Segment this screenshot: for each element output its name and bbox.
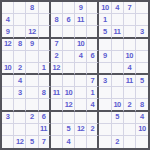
cell-r9c8-given: 4 (87, 99, 99, 111)
cell-r6c12-empty[interactable] (136, 63, 148, 75)
cell-r1c5-empty[interactable] (51, 2, 63, 14)
cell-r10c2-empty[interactable] (14, 112, 26, 124)
cell-r4c3-given: 9 (26, 39, 38, 51)
cell-r2c1-given: 4 (2, 14, 14, 26)
cell-r9c2-empty[interactable] (14, 99, 26, 111)
cell-r7c7-empty[interactable] (75, 75, 87, 87)
cell-r1c1-empty[interactable] (2, 2, 14, 14)
cell-r11c1-empty[interactable] (2, 124, 14, 136)
cell-r6c1-given: 10 (2, 63, 14, 75)
cell-r9c4-empty[interactable] (39, 99, 51, 111)
cell-r8c8-given: 1 (87, 87, 99, 99)
cell-r7c10-empty[interactable] (112, 75, 124, 87)
cell-r10c7-empty[interactable] (75, 112, 87, 124)
cell-r5c6-empty[interactable] (63, 51, 75, 63)
cell-r9c10-given: 10 (112, 99, 124, 111)
cell-r4c8-empty[interactable] (87, 39, 99, 51)
cell-r6c6-empty[interactable] (63, 63, 75, 75)
cell-r4c11-empty[interactable] (124, 39, 136, 51)
cell-r5c12-empty[interactable] (136, 51, 148, 63)
cell-r11c2-empty[interactable] (14, 124, 26, 136)
cell-r1c2-empty[interactable] (14, 2, 26, 14)
cell-r6c7-empty[interactable] (75, 63, 87, 75)
cell-r7c9-given: 3 (99, 75, 111, 87)
cell-r7c11-given: 11 (124, 75, 136, 87)
cell-r5c3-empty[interactable] (26, 51, 38, 63)
cell-r1c4-empty[interactable] (39, 2, 51, 14)
cell-r10c12-given: 4 (136, 112, 148, 124)
cell-r4c7-given: 10 (75, 39, 87, 51)
cell-r1c6-empty[interactable] (63, 2, 75, 14)
cell-r8c11-empty[interactable] (124, 87, 136, 99)
cell-r2c10-empty[interactable] (112, 14, 124, 26)
cell-r2c6-given: 6 (63, 14, 75, 26)
cell-r4c1-given: 12 (2, 39, 14, 51)
cell-r10c1-given: 3 (2, 112, 14, 124)
cell-r8c4-given: 8 (39, 87, 51, 99)
cell-r1c12-empty[interactable] (136, 2, 148, 14)
cell-r12c8-empty[interactable] (87, 136, 99, 148)
cell-r10c6-empty[interactable] (63, 112, 75, 124)
cell-r8c10-empty[interactable] (112, 87, 124, 99)
cell-r5c10-empty[interactable] (112, 51, 124, 63)
cell-r9c1-empty[interactable] (2, 99, 14, 111)
cell-r10c8-empty[interactable] (87, 112, 99, 124)
cell-r3c7-empty[interactable] (75, 26, 87, 38)
cell-r2c12-empty[interactable] (136, 14, 148, 26)
cell-r1c8-empty[interactable] (87, 2, 99, 14)
cell-r11c7-given: 12 (75, 124, 87, 136)
cell-r9c7-empty[interactable] (75, 99, 87, 111)
cell-r3c6-empty[interactable] (63, 26, 75, 38)
cell-r10c4-given: 6 (39, 112, 51, 124)
cell-r6c4-given: 1 (39, 63, 51, 75)
cell-r4c9-empty[interactable] (99, 39, 111, 51)
cell-r8c12-empty[interactable] (136, 87, 148, 99)
cell-r11c3-empty[interactable] (26, 124, 38, 136)
cell-r3c1-given: 9 (2, 26, 14, 38)
cell-r11c9-empty[interactable] (99, 124, 111, 136)
cell-r2c3-empty[interactable] (26, 14, 38, 26)
cell-r9c3-empty[interactable] (26, 99, 38, 111)
cell-r3c9-given: 5 (99, 26, 111, 38)
cell-r7c6-empty[interactable] (63, 75, 75, 87)
cell-r5c2-empty[interactable] (14, 51, 26, 63)
cell-r2c7-given: 11 (75, 14, 87, 26)
cell-r12c4-given: 7 (39, 136, 51, 148)
cell-r3c11-empty[interactable] (124, 26, 136, 38)
cell-r9c12-given: 8 (136, 99, 148, 111)
cell-r3c2-empty[interactable] (14, 26, 26, 38)
cell-r8c1-empty[interactable] (2, 87, 14, 99)
cell-r7c3-empty[interactable] (26, 75, 38, 87)
cell-r7c2-given: 4 (14, 75, 26, 87)
cell-r3c8-empty[interactable] (87, 26, 99, 38)
cell-r2c8-empty[interactable] (87, 14, 99, 26)
cell-r7c12-given: 5 (136, 75, 148, 87)
cell-r11c6-given: 5 (63, 124, 75, 136)
cell-r2c9-given: 1 (99, 14, 111, 26)
cell-r11c5-empty[interactable] (51, 124, 63, 136)
cell-r12c7-empty[interactable] (75, 136, 87, 148)
cell-r2c4-empty[interactable] (39, 14, 51, 26)
cell-r7c1-empty[interactable] (2, 75, 14, 87)
cell-r4c6-empty[interactable] (63, 39, 75, 51)
cell-r4c12-empty[interactable] (136, 39, 148, 51)
cell-r12c10-given: 2 (112, 136, 124, 148)
cell-r8c6-given: 10 (63, 87, 75, 99)
cell-r8c7-empty[interactable] (75, 87, 87, 99)
cell-r12c12-empty[interactable] (136, 136, 148, 148)
cell-r9c9-empty[interactable] (99, 99, 111, 111)
sudoku-board: 8910474861119125113128971024691010211244… (0, 0, 150, 150)
cell-r7c8-given: 7 (87, 75, 99, 87)
cell-r3c5-empty[interactable] (51, 26, 63, 38)
cell-r5c11-given: 10 (124, 51, 136, 63)
cell-r6c9-empty[interactable] (99, 63, 111, 75)
cell-r8c2-given: 3 (14, 87, 26, 99)
cell-r4c2-given: 8 (14, 39, 26, 51)
cell-r4c5-given: 7 (51, 39, 63, 51)
cell-r5c9-given: 9 (99, 51, 111, 63)
cell-r7c5-empty[interactable] (51, 75, 63, 87)
cell-r3c10-given: 11 (112, 26, 124, 38)
cell-r5c8-given: 6 (87, 51, 99, 63)
cell-r12c11-empty[interactable] (124, 136, 136, 148)
cell-r2c5-given: 8 (51, 14, 63, 26)
cell-r8c9-empty[interactable] (99, 87, 111, 99)
cell-r1c7-given: 9 (75, 2, 87, 14)
cell-r5c5-given: 2 (51, 51, 63, 63)
cell-r6c3-empty[interactable] (26, 63, 38, 75)
cell-r11c4-given: 11 (39, 124, 51, 136)
cell-r5c7-given: 4 (75, 51, 87, 63)
cell-r12c3-given: 5 (26, 136, 38, 148)
cell-r12c6-given: 4 (63, 136, 75, 148)
cell-r12c5-empty[interactable] (51, 136, 63, 148)
cell-r11c12-given: 10 (136, 124, 148, 136)
cell-r9c6-given: 12 (63, 99, 75, 111)
cell-r6c5-given: 12 (51, 63, 63, 75)
cell-r1c3-given: 8 (26, 2, 38, 14)
cell-r6c2-given: 2 (14, 63, 26, 75)
cell-r11c10-empty[interactable] (112, 124, 124, 136)
cell-r6c10-empty[interactable] (112, 63, 124, 75)
cell-r6c11-given: 4 (124, 63, 136, 75)
cell-r11c11-empty[interactable] (124, 124, 136, 136)
cell-r9c5-empty[interactable] (51, 99, 63, 111)
cell-r9c11-given: 2 (124, 99, 136, 111)
cell-r2c11-empty[interactable] (124, 14, 136, 26)
cell-r2c2-empty[interactable] (14, 14, 26, 26)
cell-r12c2-given: 12 (14, 136, 26, 148)
cell-r3c4-empty[interactable] (39, 26, 51, 38)
cell-r8c3-empty[interactable] (26, 87, 38, 99)
cell-r12c9-empty[interactable] (99, 136, 111, 148)
cell-r11c8-given: 2 (87, 124, 99, 136)
cell-r10c10-given: 5 (112, 112, 124, 124)
cell-r3c3-given: 12 (26, 26, 38, 38)
cell-r8c5-given: 11 (51, 87, 63, 99)
cell-r4c10-empty[interactable] (112, 39, 124, 51)
cell-r10c5-empty[interactable] (51, 112, 63, 124)
cell-r5c1-empty[interactable] (2, 51, 14, 63)
cell-r1c10-given: 4 (112, 2, 124, 14)
cell-r4c4-empty[interactable] (39, 39, 51, 51)
cell-r10c9-empty[interactable] (99, 112, 111, 124)
cell-r12c1-empty[interactable] (2, 136, 14, 148)
cell-r7c4-empty[interactable] (39, 75, 51, 87)
cell-r1c11-given: 7 (124, 2, 136, 14)
cell-r6c8-empty[interactable] (87, 63, 99, 75)
cell-r5c4-empty[interactable] (39, 51, 51, 63)
cell-r3c12-given: 3 (136, 26, 148, 38)
cell-r1c9-given: 10 (99, 2, 111, 14)
cell-r10c11-empty[interactable] (124, 112, 136, 124)
cell-r10c3-given: 2 (26, 112, 38, 124)
